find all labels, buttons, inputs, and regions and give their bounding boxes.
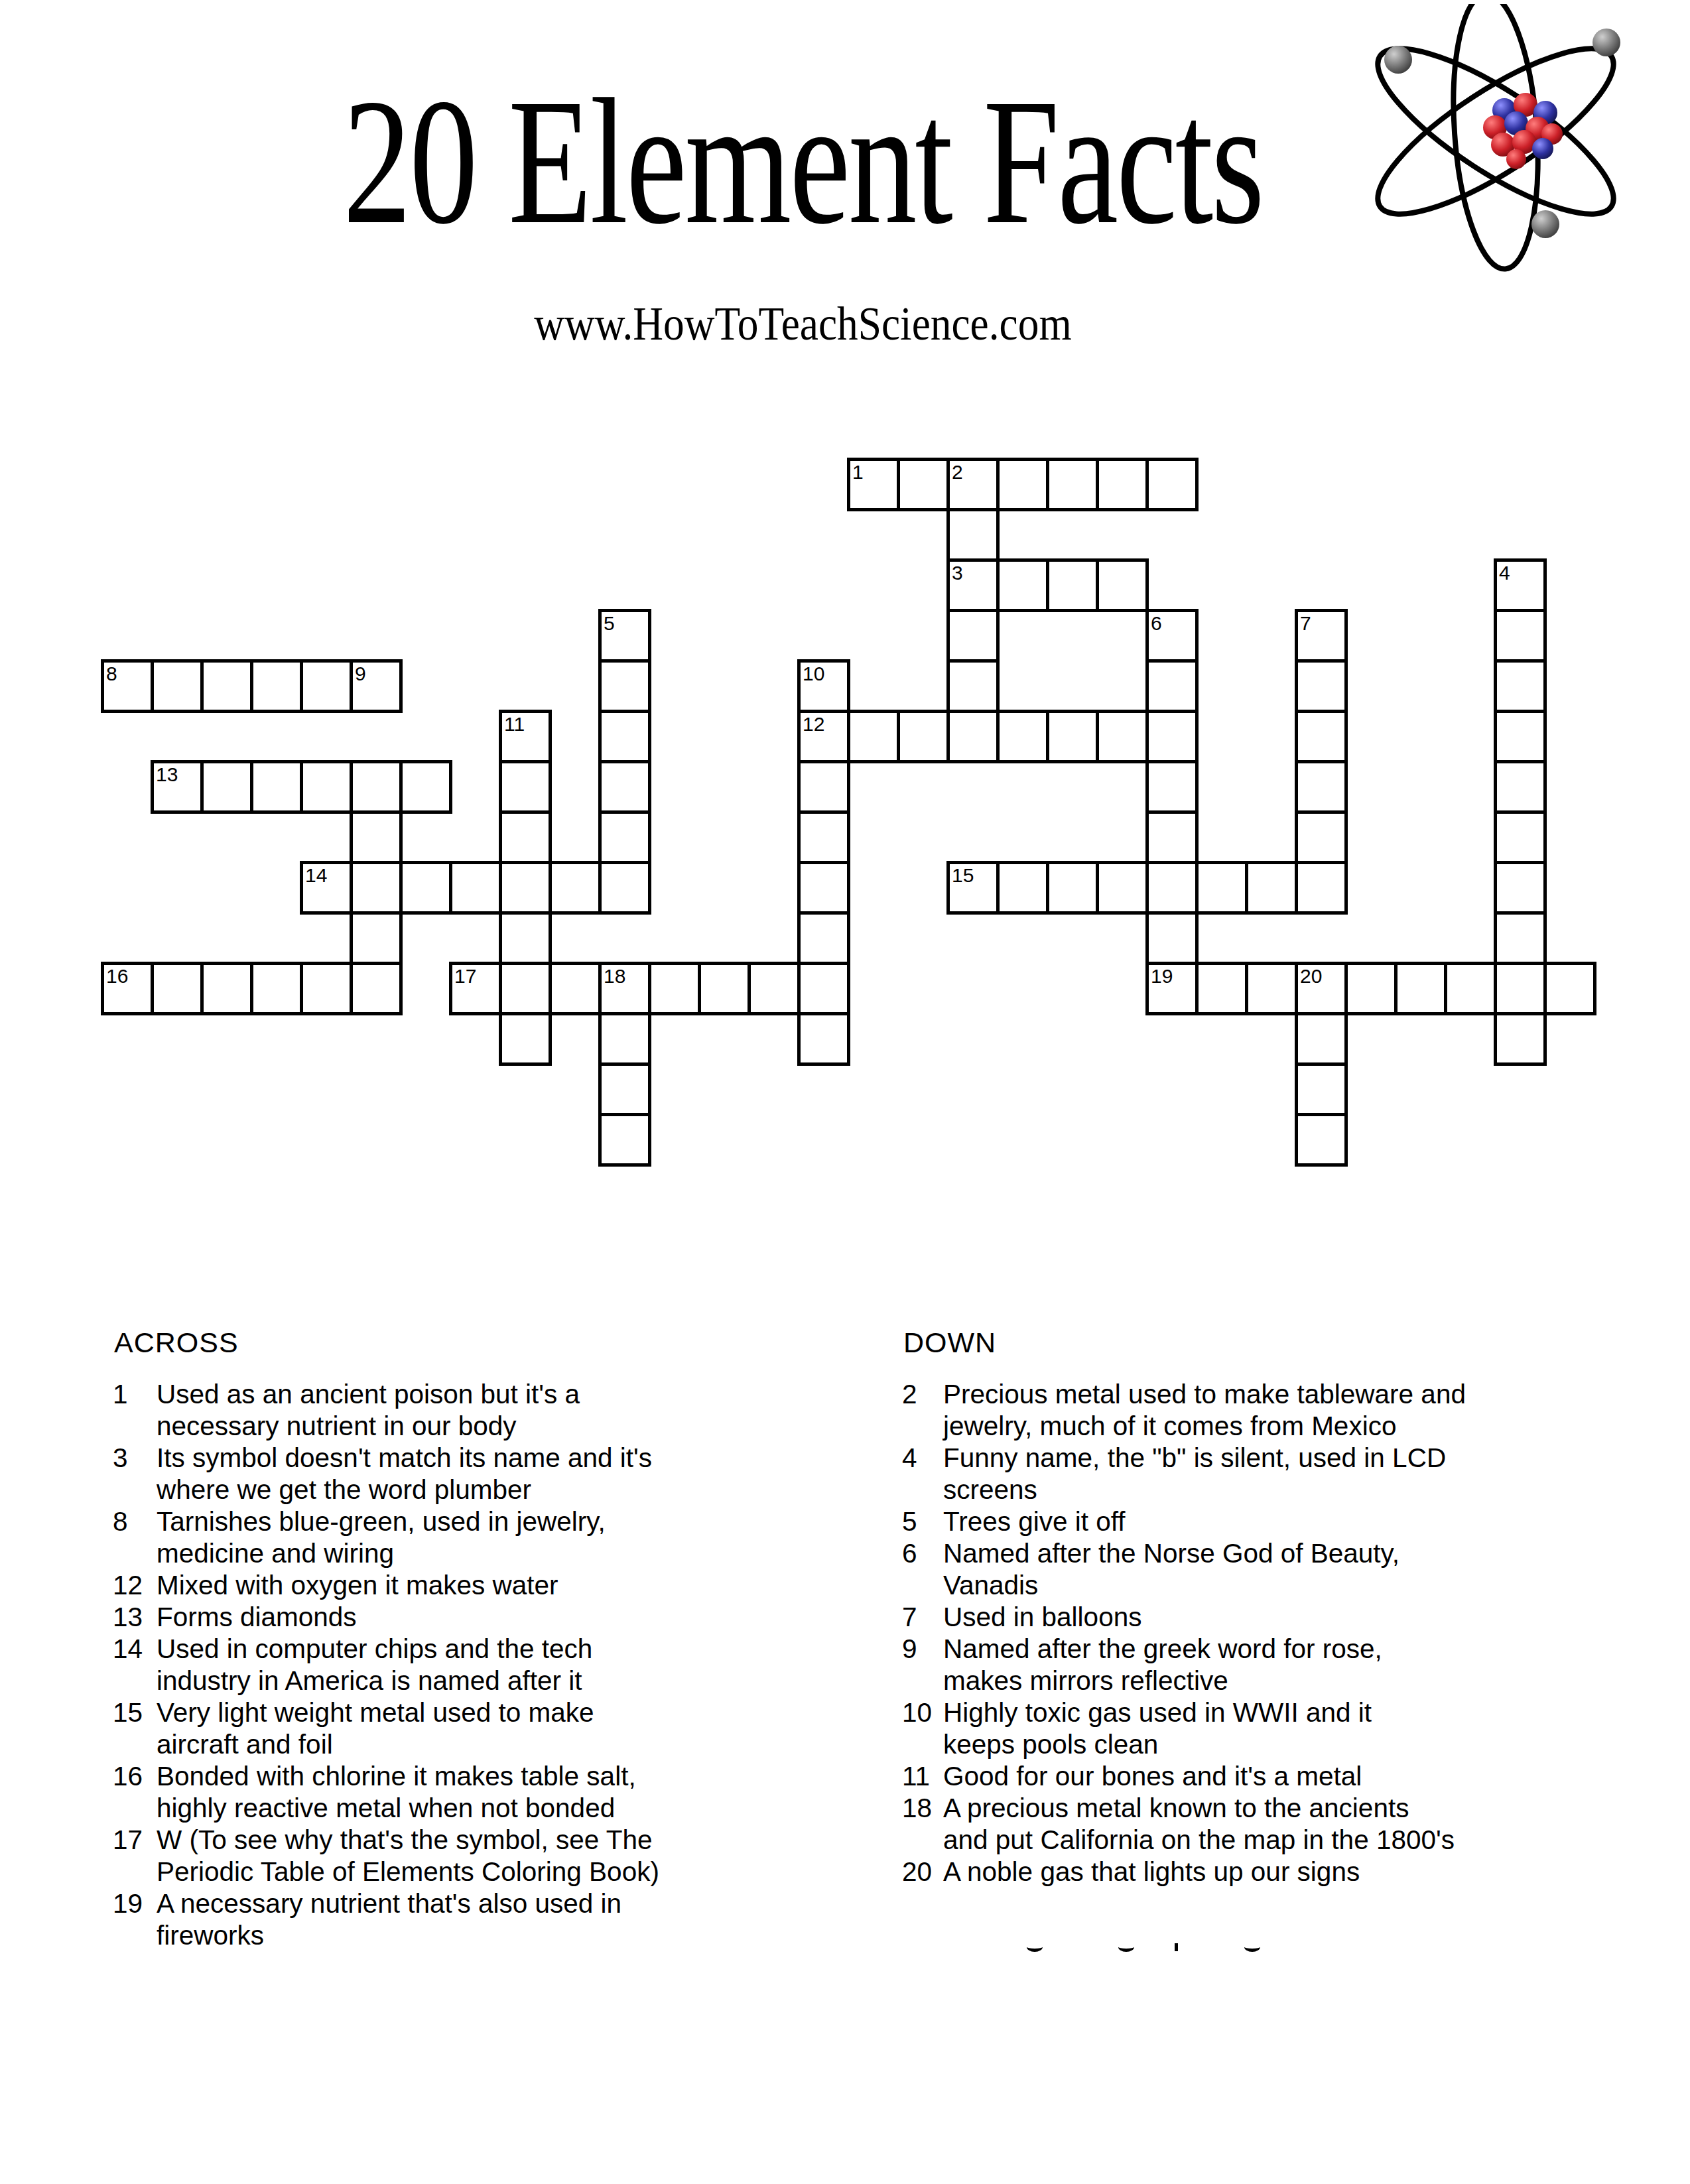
grid-cell[interactable]	[1295, 1113, 1348, 1167]
clue-number: 15	[113, 1697, 153, 1728]
grid-cell[interactable]	[1295, 760, 1348, 814]
clue-item: 7Used in balloons	[902, 1601, 1645, 1633]
clue-item: 18A precious metal known to the ancients…	[902, 1792, 1645, 1856]
grid-cell[interactable]: 16	[101, 962, 154, 1015]
clue-number: 18	[902, 1792, 942, 1824]
grid-cell[interactable]: 6	[1145, 609, 1199, 663]
grid-cell[interactable]	[797, 911, 850, 965]
grid-cell[interactable]	[1096, 861, 1149, 915]
clue-number-label: 9	[355, 663, 366, 684]
grid-cell[interactable]	[797, 861, 850, 915]
clue-number: 16	[113, 1760, 153, 1792]
down-header: DOWN	[903, 1326, 996, 1359]
grid-cell[interactable]	[300, 659, 353, 713]
grid-cell[interactable]	[1245, 962, 1298, 1015]
grid-cell[interactable]: 1	[847, 458, 900, 511]
grid-cell[interactable]	[797, 810, 850, 864]
grid-cell[interactable]: 18	[598, 962, 651, 1015]
clue-number-label: 3	[952, 562, 963, 584]
clue-number-label: 12	[803, 714, 824, 735]
clue-number-label: 13	[156, 764, 178, 785]
grid-cell[interactable]	[1494, 760, 1547, 814]
grid-cell[interactable]	[1394, 962, 1447, 1015]
grid-cell[interactable]	[1295, 710, 1348, 763]
clue-number-label: 1	[852, 462, 864, 483]
clue-text: Named after the Norse God of Beauty, Van…	[943, 1537, 1645, 1601]
grid-cell[interactable]	[797, 962, 850, 1015]
clue-text: Used in balloons	[943, 1601, 1645, 1633]
grid-cell[interactable]	[1195, 962, 1248, 1015]
grid-cell[interactable]	[897, 458, 950, 511]
grid-cell[interactable]	[1145, 911, 1199, 965]
clue-number: 6	[902, 1537, 942, 1569]
grid-cell[interactable]	[1295, 861, 1348, 915]
grid-cell[interactable]	[200, 659, 253, 713]
grid-cell[interactable]	[797, 1012, 850, 1066]
worksheet-page: 20 Element Facts www.HowToTeachScience.c…	[0, 0, 1690, 2184]
clue-number-label: 15	[952, 865, 974, 886]
clue-number-label: 11	[504, 714, 525, 735]
clue-item: 16Bonded with chlorine it makes table sa…	[113, 1760, 856, 1824]
grid-cell[interactable]	[598, 1062, 651, 1116]
clue-item: 5Trees give it off	[902, 1506, 1645, 1537]
clue-item: 4Funny name, the "b" is silent, used in …	[902, 1442, 1645, 1506]
clue-item: 3Its symbol doesn't match its name and i…	[113, 1442, 856, 1506]
grid-cell[interactable]	[598, 760, 651, 814]
grid-cell[interactable]	[1096, 458, 1149, 511]
grid-cell[interactable]	[250, 659, 303, 713]
page-title: 20 Element Facts	[343, 72, 1263, 252]
grid-cell[interactable]	[1195, 861, 1248, 915]
atom-icon	[1327, 4, 1690, 289]
clue-number: 3	[113, 1442, 153, 1474]
grid-cell[interactable]	[1145, 458, 1199, 511]
clue-text: Funny name, the "b" is silent, used in L…	[943, 1442, 1645, 1506]
grid-cell[interactable]	[300, 760, 353, 814]
grid-cell[interactable]	[350, 962, 403, 1015]
grid-cell[interactable]: 7	[1295, 609, 1348, 663]
clue-text: Trees give it off	[943, 1506, 1645, 1537]
clue-number-label: 20	[1300, 966, 1322, 987]
clue-text: Highly toxic gas used in WWII and it kee…	[943, 1697, 1645, 1760]
clue-number: 19	[113, 1888, 153, 1919]
grid-cell[interactable]	[151, 659, 204, 713]
grid-cell[interactable]	[549, 962, 602, 1015]
grid-cell[interactable]	[946, 659, 1000, 713]
grid-cell[interactable]	[1096, 558, 1149, 612]
grid-cell[interactable]	[1046, 710, 1099, 763]
grid-cell[interactable]	[1344, 962, 1397, 1015]
grid-cell[interactable]	[1046, 861, 1099, 915]
grid-cell[interactable]	[200, 760, 253, 814]
grid-cell[interactable]	[1295, 810, 1348, 864]
grid-cell[interactable]	[1096, 710, 1149, 763]
grid-cell[interactable]: 17	[449, 962, 502, 1015]
clue-number-label: 4	[1499, 562, 1510, 584]
grid-cell[interactable]	[350, 810, 403, 864]
grid-cell[interactable]	[1494, 962, 1547, 1015]
clue-text: Good for our bones and it's a metal	[943, 1760, 1645, 1792]
clue-number-label: 5	[604, 613, 615, 634]
clue-number-label: 14	[305, 865, 327, 886]
grid-cell[interactable]	[1145, 710, 1199, 763]
grid-cell[interactable]	[996, 558, 1049, 612]
cut-off-glyph-fragment	[1027, 1942, 1043, 1952]
grid-cell[interactable]	[1046, 558, 1099, 612]
grid-cell[interactable]: 20	[1295, 962, 1348, 1015]
grid-cell[interactable]	[648, 962, 701, 1015]
grid-cell[interactable]	[996, 458, 1049, 511]
grid-cell[interactable]	[1145, 861, 1199, 915]
clue-text: Its symbol doesn't match its name and it…	[157, 1442, 856, 1506]
clue-text: Forms diamonds	[157, 1601, 856, 1633]
grid-cell[interactable]	[1494, 710, 1547, 763]
grid-cell[interactable]	[499, 911, 552, 965]
clue-number: 2	[902, 1378, 942, 1410]
clue-item: 13Forms diamonds	[113, 1601, 856, 1633]
grid-cell[interactable]	[996, 861, 1049, 915]
across-clue-list: 1Used as an ancient poison but it's a ne…	[113, 1378, 856, 1951]
grid-cell[interactable]	[1494, 861, 1547, 915]
grid-cell[interactable]	[598, 861, 651, 915]
grid-cell[interactable]: 8	[101, 659, 154, 713]
grid-cell[interactable]	[1494, 911, 1547, 965]
grid-cell[interactable]	[598, 810, 651, 864]
clue-item: 12Mixed with oxygen it makes water	[113, 1569, 856, 1601]
grid-cell[interactable]	[350, 911, 403, 965]
grid-cell[interactable]: 2	[946, 458, 1000, 511]
grid-cell[interactable]	[499, 760, 552, 814]
grid-cell[interactable]	[350, 861, 403, 915]
grid-cell[interactable]	[1145, 810, 1199, 864]
clue-number: 11	[902, 1760, 942, 1792]
clue-number-label: 7	[1300, 613, 1311, 634]
grid-cell[interactable]: 11	[499, 710, 552, 763]
cut-off-glyph-fragment	[1118, 1942, 1134, 1952]
grid-cell[interactable]	[747, 962, 801, 1015]
grid-cell[interactable]	[350, 760, 403, 814]
grid-cell[interactable]	[449, 861, 502, 915]
clue-text: Tarnishes blue-green, used in jewelry, m…	[157, 1506, 856, 1569]
grid-cell[interactable]	[250, 962, 303, 1015]
grid-cell[interactable]	[499, 1012, 552, 1066]
grid-cell[interactable]	[698, 962, 751, 1015]
grid-cell[interactable]	[1295, 1062, 1348, 1116]
grid-cell[interactable]: 5	[598, 609, 651, 663]
grid-cell[interactable]	[946, 609, 1000, 663]
clue-text: Precious metal used to make tableware an…	[943, 1378, 1645, 1442]
grid-cell[interactable]	[797, 760, 850, 814]
cut-off-glyph-fragment	[1175, 1943, 1178, 1951]
clue-text: Mixed with oxygen it makes water	[157, 1569, 856, 1601]
grid-cell[interactable]: 4	[1494, 558, 1547, 612]
clue-number: 1	[113, 1378, 153, 1410]
clue-item: 2Precious metal used to make tableware a…	[902, 1378, 1645, 1442]
clue-item: 17W (To see why that's the symbol, see T…	[113, 1824, 856, 1888]
grid-cell[interactable]	[847, 710, 900, 763]
clue-number: 10	[902, 1697, 942, 1728]
clue-item: 20A noble gas that lights up our signs	[902, 1856, 1645, 1888]
grid-cell[interactable]: 3	[946, 558, 1000, 612]
clue-text: Used in computer chips and the tech indu…	[157, 1633, 856, 1697]
clue-item: 8Tarnishes blue-green, used in jewelry, …	[113, 1506, 856, 1569]
grid-cell[interactable]	[1543, 962, 1596, 1015]
grid-cell[interactable]	[499, 861, 552, 915]
clue-item: 15Very light weight metal used to make a…	[113, 1697, 856, 1760]
grid-cell[interactable]	[200, 962, 253, 1015]
clue-number: 7	[902, 1601, 942, 1633]
grid-cell[interactable]	[549, 861, 602, 915]
grid-cell[interactable]	[1046, 458, 1099, 511]
nucleus	[1483, 93, 1563, 169]
clue-text: Bonded with chlorine it makes table salt…	[157, 1760, 856, 1824]
clue-number: 14	[113, 1633, 153, 1665]
clue-text: Used as an ancient poison but it's a nec…	[157, 1378, 856, 1442]
clue-number: 8	[113, 1506, 153, 1537]
clue-text: Very light weight metal used to make air…	[157, 1697, 856, 1760]
grid-cell[interactable]	[151, 962, 204, 1015]
clue-text: A precious metal known to the ancients a…	[943, 1792, 1645, 1856]
clue-item: 14Used in computer chips and the tech in…	[113, 1633, 856, 1697]
grid-cell[interactable]	[300, 962, 353, 1015]
grid-cell[interactable]	[250, 760, 303, 814]
grid-cell[interactable]: 10	[797, 659, 850, 713]
grid-cell[interactable]	[598, 1113, 651, 1167]
clue-number: 12	[113, 1569, 153, 1601]
grid-cell[interactable]	[598, 659, 651, 713]
grid-cell[interactable]	[897, 710, 950, 763]
grid-cell[interactable]: 9	[350, 659, 403, 713]
clue-number: 5	[902, 1506, 942, 1537]
clue-number-label: 2	[952, 462, 963, 483]
grid-cell[interactable]	[1494, 659, 1547, 713]
clue-number: 20	[902, 1856, 942, 1888]
grid-cell[interactable]: 13	[151, 760, 204, 814]
grid-cell[interactable]	[499, 962, 552, 1015]
grid-cell[interactable]	[1494, 609, 1547, 663]
grid-cell[interactable]	[1494, 1012, 1547, 1066]
clue-number-label: 6	[1151, 613, 1162, 634]
clue-item: 11Good for our bones and it's a metal	[902, 1760, 1645, 1792]
grid-cell[interactable]	[946, 710, 1000, 763]
clue-text: Named after the greek word for rose, mak…	[943, 1633, 1645, 1697]
crossword-grid: 1234567891011121314151617181920	[101, 458, 1593, 1163]
clue-item: 6Named after the Norse God of Beauty, Va…	[902, 1537, 1645, 1601]
clue-item: 10Highly toxic gas used in WWII and it k…	[902, 1697, 1645, 1760]
grid-cell[interactable]: 19	[1145, 962, 1199, 1015]
clue-item: 9Named after the greek word for rose, ma…	[902, 1633, 1645, 1697]
grid-cell[interactable]	[1295, 1012, 1348, 1066]
grid-cell[interactable]	[598, 1012, 651, 1066]
clue-text: W (To see why that's the symbol, see The…	[157, 1824, 856, 1888]
clue-number: 9	[902, 1633, 942, 1665]
clue-number-label: 8	[106, 663, 117, 684]
clue-item: 1Used as an ancient poison but it's a ne…	[113, 1378, 856, 1442]
grid-cell[interactable]	[996, 710, 1049, 763]
clue-number-label: 18	[604, 966, 625, 987]
clue-number-label: 17	[454, 966, 476, 987]
grid-cell[interactable]	[399, 760, 452, 814]
grid-cell[interactable]	[1145, 659, 1199, 713]
source-url: www.HowToTeachScience.com	[534, 300, 1071, 348]
clue-number-label: 10	[803, 663, 824, 684]
grid-cell[interactable]	[1444, 962, 1497, 1015]
grid-cell[interactable]: 12	[797, 710, 850, 763]
grid-cell[interactable]	[499, 810, 552, 864]
grid-cell[interactable]	[598, 710, 651, 763]
down-clue-list: 2Precious metal used to make tableware a…	[902, 1378, 1645, 1888]
clue-number-label: 19	[1151, 966, 1173, 987]
grid-cell[interactable]	[1295, 659, 1348, 713]
across-header: ACROSS	[114, 1326, 239, 1359]
grid-cell[interactable]	[1145, 760, 1199, 814]
clue-number: 13	[113, 1601, 153, 1633]
clue-text: A noble gas that lights up our signs	[943, 1856, 1645, 1888]
grid-cell[interactable]	[399, 861, 452, 915]
grid-cell[interactable]	[1494, 810, 1547, 864]
clue-number: 17	[113, 1824, 153, 1856]
grid-cell[interactable]: 14	[300, 861, 353, 915]
grid-cell[interactable]	[946, 508, 1000, 562]
cut-off-text-fragments	[0, 1942, 1690, 1955]
grid-cell[interactable]	[1245, 861, 1298, 915]
clue-number: 4	[902, 1442, 942, 1474]
grid-cell[interactable]: 15	[946, 861, 1000, 915]
clue-number-label: 16	[106, 966, 128, 987]
cut-off-glyph-fragment	[1244, 1942, 1260, 1952]
